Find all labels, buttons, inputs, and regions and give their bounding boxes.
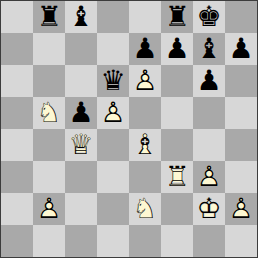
square-f3[interactable]: ♜♖ bbox=[161, 161, 193, 193]
piece-white-pawn-fill: ♟ bbox=[193, 161, 225, 193]
piece-black-pawn: ♟ bbox=[161, 33, 193, 65]
square-c4[interactable]: ♛♕ bbox=[65, 129, 97, 161]
piece-white-pawn: ♙ bbox=[33, 193, 65, 225]
square-d2[interactable] bbox=[97, 193, 129, 225]
square-a6[interactable] bbox=[1, 65, 33, 97]
piece-white-queen-fill: ♛ bbox=[65, 129, 97, 161]
square-g8[interactable]: ♚ bbox=[193, 1, 225, 33]
piece-white-pawn-fill: ♟ bbox=[129, 65, 161, 97]
piece-white-pawn: ♙ bbox=[193, 161, 225, 193]
square-a4[interactable] bbox=[1, 129, 33, 161]
piece-white-pawn: ♙ bbox=[97, 97, 129, 129]
piece-white-pawn: ♙ bbox=[129, 65, 161, 97]
square-g2[interactable]: ♚♔ bbox=[193, 193, 225, 225]
piece-white-rook-fill: ♜ bbox=[161, 161, 193, 193]
square-a7[interactable] bbox=[1, 33, 33, 65]
square-e1[interactable] bbox=[129, 225, 161, 257]
square-d4[interactable] bbox=[97, 129, 129, 161]
chess-board: ♜♝♜♚♟♟♝♟♛♟♙♟♞♘♟♟♙♛♕♝♗♜♖♟♙♟♙♞♘♚♔♟♙ bbox=[1, 1, 257, 257]
piece-black-pawn: ♟ bbox=[129, 33, 161, 65]
square-g3[interactable]: ♟♙ bbox=[193, 161, 225, 193]
piece-white-bishop: ♗ bbox=[129, 129, 161, 161]
piece-black-bishop: ♝ bbox=[193, 33, 225, 65]
piece-white-pawn: ♙ bbox=[225, 193, 257, 225]
piece-white-rook: ♖ bbox=[161, 161, 193, 193]
square-a5[interactable] bbox=[1, 97, 33, 129]
square-h2[interactable]: ♟♙ bbox=[225, 193, 257, 225]
chess-board-frame: ♜♝♜♚♟♟♝♟♛♟♙♟♞♘♟♟♙♛♕♝♗♜♖♟♙♟♙♞♘♚♔♟♙ bbox=[0, 0, 258, 258]
square-c6[interactable] bbox=[65, 65, 97, 97]
square-b8[interactable]: ♜ bbox=[33, 1, 65, 33]
square-e7[interactable]: ♟ bbox=[129, 33, 161, 65]
square-g1[interactable] bbox=[193, 225, 225, 257]
square-f6[interactable] bbox=[161, 65, 193, 97]
square-c7[interactable] bbox=[65, 33, 97, 65]
square-g4[interactable] bbox=[193, 129, 225, 161]
square-h8[interactable] bbox=[225, 1, 257, 33]
piece-white-knight-fill: ♞ bbox=[129, 193, 161, 225]
piece-black-rook: ♜ bbox=[161, 1, 193, 33]
square-g5[interactable] bbox=[193, 97, 225, 129]
square-d1[interactable] bbox=[97, 225, 129, 257]
piece-black-queen: ♛ bbox=[97, 65, 129, 97]
piece-white-knight: ♘ bbox=[129, 193, 161, 225]
square-f7[interactable]: ♟ bbox=[161, 33, 193, 65]
square-e4[interactable]: ♝♗ bbox=[129, 129, 161, 161]
square-g7[interactable]: ♝ bbox=[193, 33, 225, 65]
square-a8[interactable] bbox=[1, 1, 33, 33]
piece-black-pawn: ♟ bbox=[65, 97, 97, 129]
square-d5[interactable]: ♟♙ bbox=[97, 97, 129, 129]
square-e6[interactable]: ♟♙ bbox=[129, 65, 161, 97]
square-c8[interactable]: ♝ bbox=[65, 1, 97, 33]
square-h1[interactable] bbox=[225, 225, 257, 257]
square-b7[interactable] bbox=[33, 33, 65, 65]
square-h5[interactable] bbox=[225, 97, 257, 129]
square-a1[interactable] bbox=[1, 225, 33, 257]
square-c2[interactable] bbox=[65, 193, 97, 225]
square-e2[interactable]: ♞♘ bbox=[129, 193, 161, 225]
square-d6[interactable]: ♛ bbox=[97, 65, 129, 97]
square-d3[interactable] bbox=[97, 161, 129, 193]
square-h4[interactable] bbox=[225, 129, 257, 161]
square-e8[interactable] bbox=[129, 1, 161, 33]
square-b5[interactable]: ♞♘ bbox=[33, 97, 65, 129]
piece-white-queen: ♕ bbox=[65, 129, 97, 161]
square-d8[interactable] bbox=[97, 1, 129, 33]
square-f1[interactable] bbox=[161, 225, 193, 257]
square-f5[interactable] bbox=[161, 97, 193, 129]
square-a2[interactable] bbox=[1, 193, 33, 225]
piece-black-pawn: ♟ bbox=[225, 33, 257, 65]
square-f2[interactable] bbox=[161, 193, 193, 225]
piece-white-bishop-fill: ♝ bbox=[129, 129, 161, 161]
square-c1[interactable] bbox=[65, 225, 97, 257]
piece-white-knight-fill: ♞ bbox=[33, 97, 65, 129]
square-c5[interactable]: ♟ bbox=[65, 97, 97, 129]
piece-white-king-fill: ♚ bbox=[193, 193, 225, 225]
square-b2[interactable]: ♟♙ bbox=[33, 193, 65, 225]
square-b3[interactable] bbox=[33, 161, 65, 193]
square-b4[interactable] bbox=[33, 129, 65, 161]
piece-black-pawn: ♟ bbox=[193, 65, 225, 97]
square-h3[interactable] bbox=[225, 161, 257, 193]
square-h7[interactable]: ♟ bbox=[225, 33, 257, 65]
square-d7[interactable] bbox=[97, 33, 129, 65]
square-e3[interactable] bbox=[129, 161, 161, 193]
square-c3[interactable] bbox=[65, 161, 97, 193]
piece-black-king: ♚ bbox=[193, 1, 225, 33]
square-a3[interactable] bbox=[1, 161, 33, 193]
piece-white-pawn-fill: ♟ bbox=[97, 97, 129, 129]
square-f8[interactable]: ♜ bbox=[161, 1, 193, 33]
square-g6[interactable]: ♟ bbox=[193, 65, 225, 97]
piece-black-rook: ♜ bbox=[33, 1, 65, 33]
square-h6[interactable] bbox=[225, 65, 257, 97]
square-b1[interactable] bbox=[33, 225, 65, 257]
piece-white-pawn-fill: ♟ bbox=[225, 193, 257, 225]
square-f4[interactable] bbox=[161, 129, 193, 161]
square-e5[interactable] bbox=[129, 97, 161, 129]
piece-white-pawn-fill: ♟ bbox=[33, 193, 65, 225]
square-b6[interactable] bbox=[33, 65, 65, 97]
piece-white-knight: ♘ bbox=[33, 97, 65, 129]
piece-white-king: ♔ bbox=[193, 193, 225, 225]
piece-black-bishop: ♝ bbox=[65, 1, 97, 33]
